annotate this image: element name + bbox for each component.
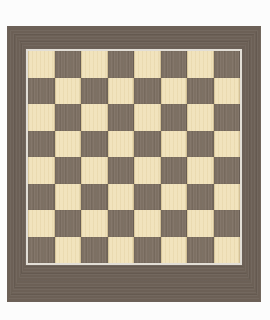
square-g6[interactable] (187, 104, 214, 131)
square-g7[interactable] (187, 78, 214, 105)
square-e2[interactable] (134, 210, 161, 237)
square-a3[interactable] (28, 184, 55, 211)
square-a2[interactable] (28, 210, 55, 237)
board-frame-bottom (7, 265, 261, 302)
square-h4[interactable] (214, 157, 241, 184)
square-c7[interactable] (81, 78, 108, 105)
square-d6[interactable] (108, 104, 135, 131)
square-g3[interactable] (187, 184, 214, 211)
square-c4[interactable] (81, 157, 108, 184)
square-h3[interactable] (214, 184, 241, 211)
square-e5[interactable] (134, 131, 161, 158)
square-d1[interactable] (108, 237, 135, 264)
square-e8[interactable] (134, 51, 161, 78)
square-f7[interactable] (161, 78, 188, 105)
square-f6[interactable] (161, 104, 188, 131)
page-background (0, 0, 270, 320)
board-frame-right (242, 26, 261, 302)
square-c1[interactable] (81, 237, 108, 264)
square-g4[interactable] (187, 157, 214, 184)
square-h5[interactable] (214, 131, 241, 158)
square-b6[interactable] (55, 104, 82, 131)
square-f8[interactable] (161, 51, 188, 78)
square-f1[interactable] (161, 237, 188, 264)
square-e3[interactable] (134, 184, 161, 211)
square-d2[interactable] (108, 210, 135, 237)
square-c5[interactable] (81, 131, 108, 158)
square-d7[interactable] (108, 78, 135, 105)
board-inlay-border (26, 49, 242, 265)
square-h8[interactable] (214, 51, 241, 78)
square-a8[interactable] (28, 51, 55, 78)
square-e7[interactable] (134, 78, 161, 105)
square-d4[interactable] (108, 157, 135, 184)
square-h2[interactable] (214, 210, 241, 237)
square-c6[interactable] (81, 104, 108, 131)
square-g8[interactable] (187, 51, 214, 78)
square-g5[interactable] (187, 131, 214, 158)
square-b4[interactable] (55, 157, 82, 184)
square-a7[interactable] (28, 78, 55, 105)
square-a5[interactable] (28, 131, 55, 158)
square-e1[interactable] (134, 237, 161, 264)
square-d3[interactable] (108, 184, 135, 211)
board-grid (28, 51, 240, 263)
board-frame-left (7, 26, 26, 302)
square-g2[interactable] (187, 210, 214, 237)
board-frame-top (7, 26, 261, 49)
square-b5[interactable] (55, 131, 82, 158)
square-d5[interactable] (108, 131, 135, 158)
square-a6[interactable] (28, 104, 55, 131)
square-a4[interactable] (28, 157, 55, 184)
square-c2[interactable] (81, 210, 108, 237)
chess-board (7, 26, 261, 302)
square-b3[interactable] (55, 184, 82, 211)
square-f3[interactable] (161, 184, 188, 211)
square-h1[interactable] (214, 237, 241, 264)
square-h7[interactable] (214, 78, 241, 105)
square-h6[interactable] (214, 104, 241, 131)
square-f5[interactable] (161, 131, 188, 158)
square-b2[interactable] (55, 210, 82, 237)
square-e6[interactable] (134, 104, 161, 131)
square-a1[interactable] (28, 237, 55, 264)
square-e4[interactable] (134, 157, 161, 184)
square-f2[interactable] (161, 210, 188, 237)
square-c3[interactable] (81, 184, 108, 211)
square-b7[interactable] (55, 78, 82, 105)
square-d8[interactable] (108, 51, 135, 78)
square-c8[interactable] (81, 51, 108, 78)
square-g1[interactable] (187, 237, 214, 264)
square-b1[interactable] (55, 237, 82, 264)
square-f4[interactable] (161, 157, 188, 184)
square-b8[interactable] (55, 51, 82, 78)
